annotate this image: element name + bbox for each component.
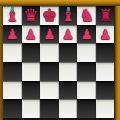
chess-app-window: ♝♛♚♝♞♜♟♟♟♟♟♟ [0, 0, 120, 120]
square[interactable] [77, 62, 96, 81]
square[interactable]: ♛ [22, 6, 41, 25]
square[interactable] [3, 43, 22, 62]
square[interactable] [77, 99, 96, 118]
square[interactable] [40, 62, 59, 81]
square[interactable]: ♟ [59, 25, 78, 44]
square[interactable]: ♝ [3, 6, 22, 25]
square[interactable] [77, 43, 96, 62]
square[interactable] [96, 99, 115, 118]
bishop-teal-tip [67, 7, 70, 11]
bishop-teal-tip [11, 7, 14, 11]
black-rook[interactable]: ♜ [98, 6, 113, 23]
square[interactable] [40, 81, 59, 100]
black-king[interactable]: ♚ [42, 6, 57, 23]
square[interactable]: ♟ [22, 25, 41, 44]
square[interactable] [22, 81, 41, 100]
board-frame-right [114, 6, 120, 120]
square[interactable]: ♜ [96, 6, 115, 25]
square[interactable] [22, 99, 41, 118]
black-pawn[interactable]: ♟ [43, 26, 56, 40]
square[interactable] [3, 81, 22, 100]
square[interactable]: ♝ [59, 6, 78, 25]
chess-board: ♝♛♚♝♞♜♟♟♟♟♟♟ [3, 6, 115, 118]
black-pawn[interactable]: ♟ [80, 26, 93, 40]
square[interactable]: ♟ [3, 25, 22, 44]
square[interactable] [3, 99, 22, 118]
square[interactable] [59, 99, 78, 118]
black-pawn[interactable]: ♟ [6, 26, 19, 40]
square[interactable] [59, 43, 78, 62]
square[interactable] [40, 43, 59, 62]
black-pawn[interactable]: ♟ [62, 26, 75, 40]
square[interactable] [96, 62, 115, 81]
square[interactable] [22, 62, 41, 81]
square[interactable]: ♟ [77, 25, 96, 44]
black-pawn[interactable]: ♟ [99, 26, 112, 40]
square[interactable] [96, 43, 115, 62]
square[interactable]: ♞ [77, 6, 96, 25]
square[interactable] [3, 62, 22, 81]
square[interactable]: ♚ [40, 6, 59, 25]
square[interactable] [77, 81, 96, 100]
square[interactable] [96, 81, 115, 100]
square[interactable] [40, 99, 59, 118]
square[interactable] [59, 62, 78, 81]
square[interactable] [22, 43, 41, 62]
next-rank-edge [3, 118, 114, 120]
black-knight[interactable]: ♞ [79, 6, 94, 23]
square[interactable]: ♟ [96, 25, 115, 44]
square[interactable] [59, 81, 78, 100]
square[interactable]: ♟ [40, 25, 59, 44]
black-queen[interactable]: ♛ [23, 6, 38, 23]
black-pawn[interactable]: ♟ [25, 26, 38, 40]
